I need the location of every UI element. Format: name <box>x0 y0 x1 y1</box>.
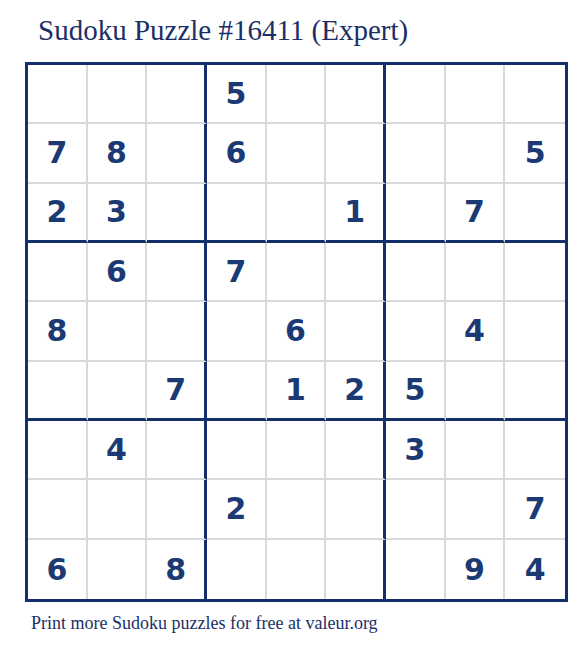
sudoku-cell-r9c6[interactable] <box>326 540 386 599</box>
sudoku-cell-r2c6[interactable] <box>326 124 386 183</box>
sudoku-cell-r5c9[interactable] <box>505 302 565 361</box>
sudoku-cell-r7c2[interactable]: 4 <box>88 421 148 480</box>
sudoku-cell-r4c5[interactable] <box>267 243 327 302</box>
page-title: Sudoku Puzzle #16411 (Expert) <box>38 10 408 50</box>
sudoku-cell-r5c6[interactable] <box>326 302 386 361</box>
sudoku-cell-r9c7[interactable] <box>386 540 446 599</box>
sudoku-cell-r2c8[interactable] <box>446 124 506 183</box>
sudoku-cell-r7c6[interactable] <box>326 421 386 480</box>
sudoku-cell-r5c5[interactable]: 6 <box>267 302 327 361</box>
sudoku-cell-r4c1[interactable] <box>28 243 88 302</box>
sudoku-page: Sudoku Puzzle #16411 (Expert) 5786523176… <box>0 0 580 651</box>
sudoku-cell-r8c9[interactable]: 7 <box>505 480 565 539</box>
sudoku-cell-r1c1[interactable] <box>28 65 88 124</box>
sudoku-cell-r8c7[interactable] <box>386 480 446 539</box>
sudoku-cell-r5c7[interactable] <box>386 302 446 361</box>
sudoku-cell-r2c1[interactable]: 7 <box>28 124 88 183</box>
sudoku-cell-r7c3[interactable] <box>147 421 207 480</box>
sudoku-cell-r5c2[interactable] <box>88 302 148 361</box>
sudoku-cell-r8c8[interactable] <box>446 480 506 539</box>
sudoku-cell-r6c6[interactable]: 2 <box>326 362 386 421</box>
sudoku-cell-r1c2[interactable] <box>88 65 148 124</box>
sudoku-cell-r1c8[interactable] <box>446 65 506 124</box>
sudoku-cell-r8c2[interactable] <box>88 480 148 539</box>
sudoku-cell-r7c9[interactable] <box>505 421 565 480</box>
sudoku-cell-r3c4[interactable] <box>207 184 267 243</box>
sudoku-cell-r2c4[interactable]: 6 <box>207 124 267 183</box>
sudoku-cell-r3c5[interactable] <box>267 184 327 243</box>
sudoku-cell-r9c1[interactable]: 6 <box>28 540 88 599</box>
sudoku-cell-r2c5[interactable] <box>267 124 327 183</box>
sudoku-cell-r4c4[interactable]: 7 <box>207 243 267 302</box>
sudoku-cell-r3c7[interactable] <box>386 184 446 243</box>
sudoku-cell-r1c7[interactable] <box>386 65 446 124</box>
footer-text: Print more Sudoku puzzles for free at va… <box>31 613 378 634</box>
sudoku-cell-r2c7[interactable] <box>386 124 446 183</box>
sudoku-cell-r9c8[interactable]: 9 <box>446 540 506 599</box>
sudoku-cell-r3c1[interactable]: 2 <box>28 184 88 243</box>
sudoku-cell-r7c8[interactable] <box>446 421 506 480</box>
sudoku-cell-r4c9[interactable] <box>505 243 565 302</box>
sudoku-cell-r3c8[interactable]: 7 <box>446 184 506 243</box>
sudoku-cell-r5c4[interactable] <box>207 302 267 361</box>
sudoku-cell-r1c3[interactable] <box>147 65 207 124</box>
sudoku-cell-r4c7[interactable] <box>386 243 446 302</box>
sudoku-cell-r9c2[interactable] <box>88 540 148 599</box>
sudoku-cell-r6c7[interactable]: 5 <box>386 362 446 421</box>
sudoku-cell-r3c9[interactable] <box>505 184 565 243</box>
sudoku-cell-r9c9[interactable]: 4 <box>505 540 565 599</box>
sudoku-cell-r3c3[interactable] <box>147 184 207 243</box>
sudoku-cell-r7c5[interactable] <box>267 421 327 480</box>
sudoku-cell-r8c1[interactable] <box>28 480 88 539</box>
sudoku-cell-r1c5[interactable] <box>267 65 327 124</box>
sudoku-cell-r2c2[interactable]: 8 <box>88 124 148 183</box>
sudoku-cell-r4c8[interactable] <box>446 243 506 302</box>
sudoku-cell-r5c1[interactable]: 8 <box>28 302 88 361</box>
sudoku-cell-r7c7[interactable]: 3 <box>386 421 446 480</box>
sudoku-cell-r7c4[interactable] <box>207 421 267 480</box>
sudoku-cell-r7c1[interactable] <box>28 421 88 480</box>
sudoku-cell-r6c9[interactable] <box>505 362 565 421</box>
sudoku-cell-r6c2[interactable] <box>88 362 148 421</box>
sudoku-cell-r8c3[interactable] <box>147 480 207 539</box>
sudoku-cell-r5c8[interactable]: 4 <box>446 302 506 361</box>
sudoku-cell-r9c3[interactable]: 8 <box>147 540 207 599</box>
sudoku-cell-r6c4[interactable] <box>207 362 267 421</box>
sudoku-cell-r4c2[interactable]: 6 <box>88 243 148 302</box>
sudoku-cell-r4c3[interactable] <box>147 243 207 302</box>
sudoku-cell-r6c5[interactable]: 1 <box>267 362 327 421</box>
sudoku-cell-r1c4[interactable]: 5 <box>207 65 267 124</box>
sudoku-cell-r1c6[interactable] <box>326 65 386 124</box>
sudoku-cell-r6c1[interactable] <box>28 362 88 421</box>
sudoku-cell-r8c6[interactable] <box>326 480 386 539</box>
sudoku-cell-r8c5[interactable] <box>267 480 327 539</box>
sudoku-cell-r2c9[interactable]: 5 <box>505 124 565 183</box>
sudoku-cell-r6c3[interactable]: 7 <box>147 362 207 421</box>
sudoku-cell-r4c6[interactable] <box>326 243 386 302</box>
sudoku-cell-r3c6[interactable]: 1 <box>326 184 386 243</box>
sudoku-cell-r8c4[interactable]: 2 <box>207 480 267 539</box>
sudoku-board: 57865231767864712543276894 <box>25 62 568 602</box>
sudoku-cell-r3c2[interactable]: 3 <box>88 184 148 243</box>
sudoku-cell-r6c8[interactable] <box>446 362 506 421</box>
sudoku-cell-r1c9[interactable] <box>505 65 565 124</box>
sudoku-cell-r9c5[interactable] <box>267 540 327 599</box>
sudoku-cell-r5c3[interactable] <box>147 302 207 361</box>
sudoku-cell-r2c3[interactable] <box>147 124 207 183</box>
sudoku-cell-r9c4[interactable] <box>207 540 267 599</box>
